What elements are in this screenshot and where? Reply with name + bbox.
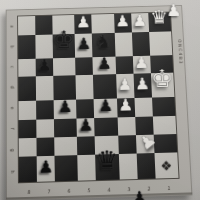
- file-label: e: [1, 103, 23, 112]
- black-queen-h4: ♛: [95, 147, 119, 173]
- black-pawn-c7: ♟: [37, 58, 52, 74]
- board-square: [149, 31, 172, 55]
- rank-label: 5: [79, 186, 99, 195]
- rank-label: 8: [19, 188, 40, 197]
- board-square: ♟: [75, 33, 93, 57]
- file-labels: abcdefgh: [8, 17, 17, 183]
- board-square: ♟: [131, 13, 149, 32]
- black-pawn-b5: ♟: [76, 36, 91, 52]
- black-piece-offboard: ♟: [132, 190, 147, 200]
- board-square: [36, 76, 54, 101]
- board-square: ♚: [151, 73, 175, 98]
- white-piece-offboard: ♟: [166, 2, 182, 18]
- file-label: g: [1, 145, 23, 154]
- file-label: c: [1, 62, 22, 71]
- file-label: a: [1, 22, 22, 31]
- file-label: d: [1, 83, 22, 92]
- board-square: ♟: [93, 57, 116, 75]
- board-square: [75, 57, 93, 75]
- photo-chessboard: ♟♟♟♛♚♟♞♟♟♟♟♟♚♟♟♟♟♟♟♛❖ abcdefgh 87654321 …: [0, 0, 200, 200]
- board-square: ♟: [37, 156, 55, 182]
- board-square: [36, 137, 54, 156]
- board-square: [136, 153, 155, 179]
- board-square: [134, 98, 152, 117]
- white-pawn-a2: ♟: [132, 13, 147, 29]
- board-square: [54, 155, 78, 181]
- file-label: b: [1, 42, 22, 51]
- black-knight-b4: ♞: [95, 32, 113, 51]
- rank-label: 1: [159, 184, 179, 193]
- board-square: ♛: [95, 154, 119, 180]
- board-square: [94, 117, 117, 136]
- black-pawn-h7: ♟: [38, 158, 53, 175]
- file-label: f: [1, 124, 23, 133]
- white-pawn-d3: ♟: [117, 76, 132, 92]
- board-square: [78, 155, 97, 181]
- board-square: ♟: [94, 99, 117, 118]
- board-square: ♟: [117, 98, 135, 117]
- chess-board: ♟♟♟♛♚♟♞♟♟♟♟♟♚♟♟♟♟♟♟♛❖ abcdefgh 87654321 …: [6, 5, 193, 200]
- board-square: [153, 115, 177, 134]
- white-pawn-c2: ♟: [134, 55, 149, 71]
- board-square: [114, 32, 132, 56]
- edge-brand-marking: ONC4B3: [177, 39, 183, 65]
- board-grid: ♟♟♟♛♚♟♞♟♟♟♟♟♚♟♟♟♟♟♟♛❖: [18, 12, 178, 182]
- board-square: [119, 154, 138, 180]
- board-square: ❖: [154, 152, 178, 178]
- board-square: ♟: [77, 118, 95, 137]
- board-square: [115, 56, 133, 74]
- white-pawn-e3: ♟: [118, 97, 133, 113]
- board-square: [77, 136, 95, 155]
- board-square: [54, 118, 77, 137]
- board-square: ♟: [36, 58, 54, 76]
- board-square: ♚: [53, 34, 76, 58]
- board-square: [54, 137, 77, 156]
- white-pawn-a5: ♟: [76, 15, 91, 31]
- board-square: [76, 75, 94, 100]
- board-square: ♟: [54, 100, 77, 119]
- board-square: ♟: [114, 14, 132, 33]
- white-pawn-d2: ♟: [135, 76, 150, 92]
- file-label: h: [1, 167, 23, 176]
- rank-label: 7: [39, 187, 59, 196]
- board-square: [152, 97, 176, 116]
- board-square: [117, 116, 135, 135]
- rank-label: 6: [59, 187, 79, 196]
- black-king-b6: ♚: [53, 28, 76, 52]
- board-square: [36, 100, 54, 119]
- black-pawn-c4: ♟: [97, 56, 112, 72]
- corner-emblem-icon: ❖: [154, 152, 178, 178]
- board-square: ♟: [136, 134, 155, 153]
- board-square: [35, 16, 52, 35]
- board-square: ♟: [133, 73, 151, 98]
- black-pawn-e6: ♟: [58, 99, 73, 116]
- board-square: ♟: [133, 56, 151, 74]
- white-king-d1: ♚: [150, 66, 174, 91]
- board-square: ♟: [74, 15, 92, 34]
- black-pawn-e4: ♟: [98, 98, 113, 114]
- white-pawn-a3: ♟: [115, 14, 130, 30]
- board-square: [36, 119, 54, 138]
- black-pawn-f5: ♟: [78, 117, 93, 134]
- board-square: [53, 58, 76, 76]
- rank-label: 4: [99, 185, 119, 194]
